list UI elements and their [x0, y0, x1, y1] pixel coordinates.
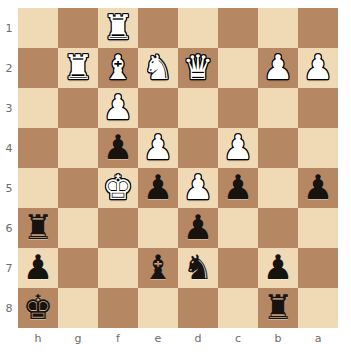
- square-c4[interactable]: ♟: [218, 128, 258, 168]
- file-label-h: h: [18, 328, 58, 352]
- rank-labels: 12345678: [0, 8, 18, 328]
- piece-white-pawn[interactable]: ♟: [183, 167, 213, 207]
- file-labels: hgfedcba: [18, 328, 338, 352]
- square-d5[interactable]: ♟: [178, 168, 218, 208]
- piece-white-pawn[interactable]: ♟: [223, 127, 253, 167]
- piece-black-pawn[interactable]: ♟: [23, 247, 53, 287]
- square-c7[interactable]: [218, 248, 258, 288]
- square-c3[interactable]: [218, 88, 258, 128]
- square-e5[interactable]: ♟: [138, 168, 178, 208]
- square-e6[interactable]: [138, 208, 178, 248]
- piece-black-pawn[interactable]: ♟: [183, 207, 213, 247]
- square-g4[interactable]: [58, 128, 98, 168]
- file-label-f: f: [98, 328, 138, 352]
- file-label-d: d: [178, 328, 218, 352]
- square-d8[interactable]: [178, 288, 218, 328]
- rank-label-4: 4: [0, 128, 18, 168]
- square-g7[interactable]: [58, 248, 98, 288]
- square-d1[interactable]: [178, 8, 218, 48]
- square-h7[interactable]: ♟: [18, 248, 58, 288]
- square-b7[interactable]: ♟: [258, 248, 298, 288]
- piece-black-pawn[interactable]: ♟: [303, 167, 333, 207]
- square-e3[interactable]: [138, 88, 178, 128]
- rank-label-7: 7: [0, 248, 18, 288]
- piece-white-queen[interactable]: ♛: [183, 47, 213, 87]
- board: ♜♜♝♞♛♟♟♟♟♟♟♚♟♟♟♟♜♟♟♝♞♟♚♜: [18, 8, 338, 328]
- piece-white-pawn[interactable]: ♟: [143, 127, 173, 167]
- file-label-b: b: [258, 328, 298, 352]
- piece-black-rook[interactable]: ♜: [23, 207, 53, 247]
- square-b6[interactable]: [258, 208, 298, 248]
- square-e8[interactable]: [138, 288, 178, 328]
- square-b1[interactable]: [258, 8, 298, 48]
- square-c1[interactable]: [218, 8, 258, 48]
- square-h1[interactable]: [18, 8, 58, 48]
- square-g1[interactable]: [58, 8, 98, 48]
- square-b5[interactable]: [258, 168, 298, 208]
- piece-white-knight[interactable]: ♞: [143, 47, 173, 87]
- file-label-a: a: [298, 328, 338, 352]
- square-f4[interactable]: ♟: [98, 128, 138, 168]
- square-e1[interactable]: [138, 8, 178, 48]
- square-d2[interactable]: ♛: [178, 48, 218, 88]
- square-a2[interactable]: ♟: [298, 48, 338, 88]
- square-a6[interactable]: [298, 208, 338, 248]
- file-label-e: e: [138, 328, 178, 352]
- square-f5[interactable]: ♚: [98, 168, 138, 208]
- rank-label-5: 5: [0, 168, 18, 208]
- rank-label-3: 3: [0, 88, 18, 128]
- chess-diagram: 12345678 ♜♜♝♞♛♟♟♟♟♟♟♚♟♟♟♟♜♟♟♝♞♟♚♜ hgfedc…: [0, 0, 351, 352]
- square-a4[interactable]: [298, 128, 338, 168]
- piece-white-pawn[interactable]: ♟: [303, 47, 333, 87]
- square-b2[interactable]: ♟: [258, 48, 298, 88]
- square-c5[interactable]: ♟: [218, 168, 258, 208]
- square-h5[interactable]: [18, 168, 58, 208]
- square-e2[interactable]: ♞: [138, 48, 178, 88]
- piece-black-rook[interactable]: ♜: [263, 287, 293, 327]
- square-d3[interactable]: [178, 88, 218, 128]
- square-h4[interactable]: [18, 128, 58, 168]
- square-a5[interactable]: ♟: [298, 168, 338, 208]
- square-h6[interactable]: ♜: [18, 208, 58, 248]
- rank-label-1: 1: [0, 8, 18, 48]
- square-g5[interactable]: [58, 168, 98, 208]
- square-f8[interactable]: [98, 288, 138, 328]
- square-e4[interactable]: ♟: [138, 128, 178, 168]
- square-f1[interactable]: ♜: [98, 8, 138, 48]
- piece-white-pawn[interactable]: ♟: [263, 47, 293, 87]
- square-b4[interactable]: [258, 128, 298, 168]
- square-d7[interactable]: ♞: [178, 248, 218, 288]
- square-a3[interactable]: [298, 88, 338, 128]
- rank-label-6: 6: [0, 208, 18, 248]
- square-a8[interactable]: [298, 288, 338, 328]
- square-e7[interactable]: ♝: [138, 248, 178, 288]
- rank-label-2: 2: [0, 48, 18, 88]
- square-g3[interactable]: [58, 88, 98, 128]
- square-g6[interactable]: [58, 208, 98, 248]
- piece-black-pawn[interactable]: ♟: [103, 127, 133, 167]
- square-f6[interactable]: [98, 208, 138, 248]
- piece-white-rook[interactable]: ♜: [103, 7, 133, 47]
- piece-white-bishop[interactable]: ♝: [103, 47, 133, 87]
- square-b3[interactable]: [258, 88, 298, 128]
- square-a1[interactable]: [298, 8, 338, 48]
- square-h8[interactable]: ♚: [18, 288, 58, 328]
- piece-white-rook[interactable]: ♜: [63, 47, 93, 87]
- square-g2[interactable]: ♜: [58, 48, 98, 88]
- piece-black-pawn[interactable]: ♟: [223, 167, 253, 207]
- piece-black-knight[interactable]: ♞: [183, 247, 213, 287]
- square-h3[interactable]: [18, 88, 58, 128]
- piece-white-king[interactable]: ♚: [103, 167, 133, 207]
- file-label-c: c: [218, 328, 258, 352]
- rank-label-8: 8: [0, 288, 18, 328]
- square-a7[interactable]: [298, 248, 338, 288]
- square-f2[interactable]: ♝: [98, 48, 138, 88]
- square-c8[interactable]: [218, 288, 258, 328]
- square-d6[interactable]: ♟: [178, 208, 218, 248]
- square-g8[interactable]: [58, 288, 98, 328]
- square-c6[interactable]: [218, 208, 258, 248]
- square-b8[interactable]: ♜: [258, 288, 298, 328]
- piece-black-bishop[interactable]: ♝: [143, 247, 173, 287]
- square-f3[interactable]: ♟: [98, 88, 138, 128]
- piece-white-pawn[interactable]: ♟: [103, 87, 133, 127]
- file-label-g: g: [58, 328, 98, 352]
- square-h2[interactable]: [18, 48, 58, 88]
- piece-black-king[interactable]: ♚: [23, 287, 53, 327]
- square-f7[interactable]: [98, 248, 138, 288]
- square-d4[interactable]: [178, 128, 218, 168]
- piece-black-pawn[interactable]: ♟: [143, 167, 173, 207]
- square-c2[interactable]: [218, 48, 258, 88]
- piece-black-pawn[interactable]: ♟: [263, 247, 293, 287]
